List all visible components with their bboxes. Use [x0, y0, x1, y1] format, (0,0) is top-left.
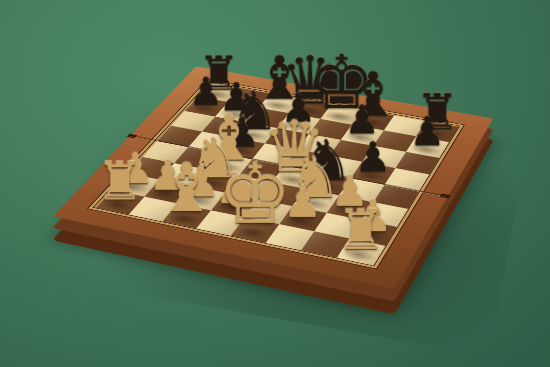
square-e1[interactable]: ♚: [231, 217, 280, 243]
square-h1[interactable]: ♜: [337, 239, 385, 266]
photo-scene: Angled photograph of a vintage Staunton …: [0, 0, 550, 367]
square-c1[interactable]: ♝: [162, 204, 211, 229]
piece-white-rook-h1[interactable]: ♜: [311, 202, 409, 258]
piece-white-king-e1[interactable]: ♚: [206, 152, 302, 235]
